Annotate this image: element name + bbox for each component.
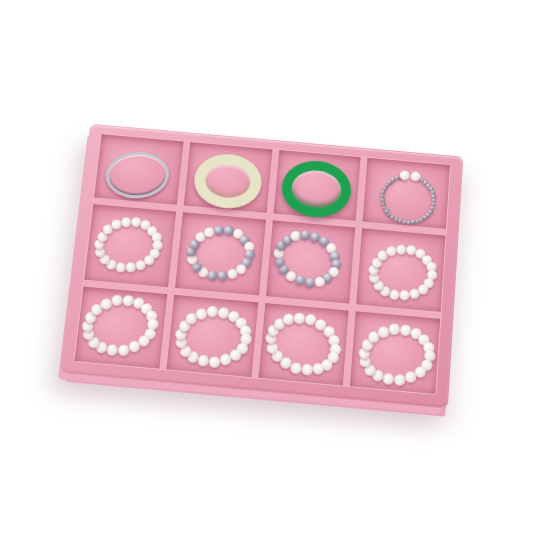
tray-cell-r3c2 (166, 294, 258, 377)
gray-pearl (217, 271, 228, 282)
white-pearl (121, 217, 132, 228)
white-pearl-bracelet (356, 320, 438, 388)
tray-cell-r2c4 (356, 228, 445, 311)
gray-pearl (213, 225, 224, 236)
white-pearl (208, 356, 220, 368)
white-pearl (386, 247, 397, 257)
tray-cell-r1c3 (273, 150, 361, 221)
scene (0, 0, 533, 533)
white-pearl-bracelet (174, 304, 252, 369)
tray-cell-r1c4 (363, 158, 450, 229)
white-pearl (389, 323, 401, 335)
tray-cell-r1c1 (94, 134, 183, 204)
white-pearl (195, 308, 207, 320)
white-pearl (197, 355, 209, 367)
tray-cell-r2c3 (266, 220, 356, 303)
gray-pearl (223, 226, 234, 237)
tray-cell-r1c2 (183, 142, 272, 213)
white-pearl (399, 290, 410, 300)
white-pearl (396, 245, 407, 255)
white-pearl (111, 294, 123, 307)
white-jade-bangle (191, 151, 263, 211)
gray-white-pearl-bracelet (267, 222, 349, 296)
white-pearl (217, 307, 229, 319)
green-jade-bangle (280, 158, 354, 220)
white-pearl (383, 373, 395, 385)
tray-grid (75, 134, 450, 394)
silver-bead (381, 190, 386, 195)
silver-bead (380, 197, 385, 202)
jewelry-tray (60, 124, 464, 409)
gray-pearl (207, 270, 218, 281)
white-pearl (206, 306, 218, 318)
white-pearl (115, 262, 126, 273)
thin-silver-bangle (105, 150, 169, 199)
white-pearl-bracelet (367, 243, 439, 302)
white-pearl-bracelet (92, 214, 165, 277)
silver-bead (411, 220, 416, 225)
white-pearl (125, 262, 136, 273)
silver-bead-open-cuff (374, 167, 441, 231)
tray-cell-r3c3 (258, 303, 349, 386)
white-pearl (135, 260, 146, 271)
white-pearl (410, 172, 421, 182)
white-pearl (389, 289, 400, 299)
white-pearl (409, 289, 420, 299)
white-pearl (117, 344, 130, 357)
white-pearl-bracelet (258, 303, 349, 385)
white-pearl (405, 371, 417, 383)
white-pearl (128, 340, 141, 353)
tray-cell-r3c4 (350, 311, 440, 394)
tray-cell-r2c2 (175, 212, 266, 295)
gray-white-pearl-bracelet (185, 223, 257, 284)
white-pearl (227, 268, 238, 279)
white-pearl (106, 344, 119, 357)
tray-cell-r2c1 (84, 204, 176, 287)
white-pearl (219, 354, 231, 366)
white-pearl (399, 171, 410, 181)
tray-cell-r3c1 (75, 286, 168, 369)
silver-bead (415, 219, 420, 224)
white-pearl-bracelet (79, 289, 162, 361)
silver-bead (398, 219, 403, 224)
